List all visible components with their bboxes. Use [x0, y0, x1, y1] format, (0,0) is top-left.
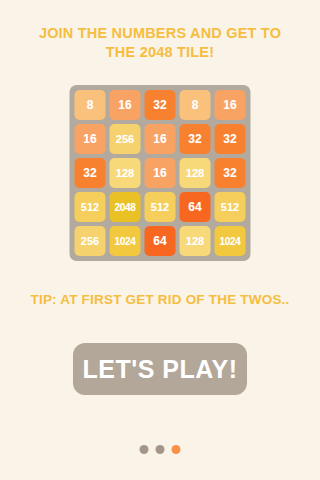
tile-32: 32 [75, 158, 106, 188]
page-title: JOIN THE NUMBERS AND GET TO THE 2048 TIL… [29, 24, 291, 62]
tile-64: 64 [180, 192, 211, 222]
tile-256: 256 [110, 124, 141, 154]
tile-512: 512 [145, 192, 176, 222]
tile-1024: 1024 [215, 226, 246, 256]
page-indicator-dot[interactable] [156, 445, 165, 454]
page-indicator-dot-active[interactable] [172, 445, 181, 454]
tile-128: 128 [110, 158, 141, 188]
tile-256: 256 [75, 226, 106, 256]
tile-32: 32 [215, 124, 246, 154]
tile-128: 128 [180, 158, 211, 188]
lets-play-button[interactable]: LET'S PLAY! [73, 343, 247, 395]
game-board-2048: 8163281616256163232321281612832512204851… [70, 85, 251, 261]
tile-32: 32 [215, 158, 246, 188]
tip-text: TIP: AT FIRST GET RID OF THE TWOS.. [10, 292, 310, 307]
tile-16: 16 [145, 158, 176, 188]
tile-32: 32 [180, 124, 211, 154]
tile-32: 32 [145, 90, 176, 120]
tile-8: 8 [180, 90, 211, 120]
tile-8: 8 [75, 90, 106, 120]
page-indicator-dot[interactable] [140, 445, 149, 454]
tile-128: 128 [180, 226, 211, 256]
tile-512: 512 [215, 192, 246, 222]
tile-16: 16 [75, 124, 106, 154]
tile-16: 16 [215, 90, 246, 120]
tile-2048: 2048 [110, 192, 141, 222]
page-indicator [140, 445, 181, 454]
intro-screen: JOIN THE NUMBERS AND GET TO THE 2048 TIL… [0, 0, 320, 480]
tile-16: 16 [110, 90, 141, 120]
tile-64: 64 [145, 226, 176, 256]
tile-512: 512 [75, 192, 106, 222]
tile-1024: 1024 [110, 226, 141, 256]
tile-16: 16 [145, 124, 176, 154]
